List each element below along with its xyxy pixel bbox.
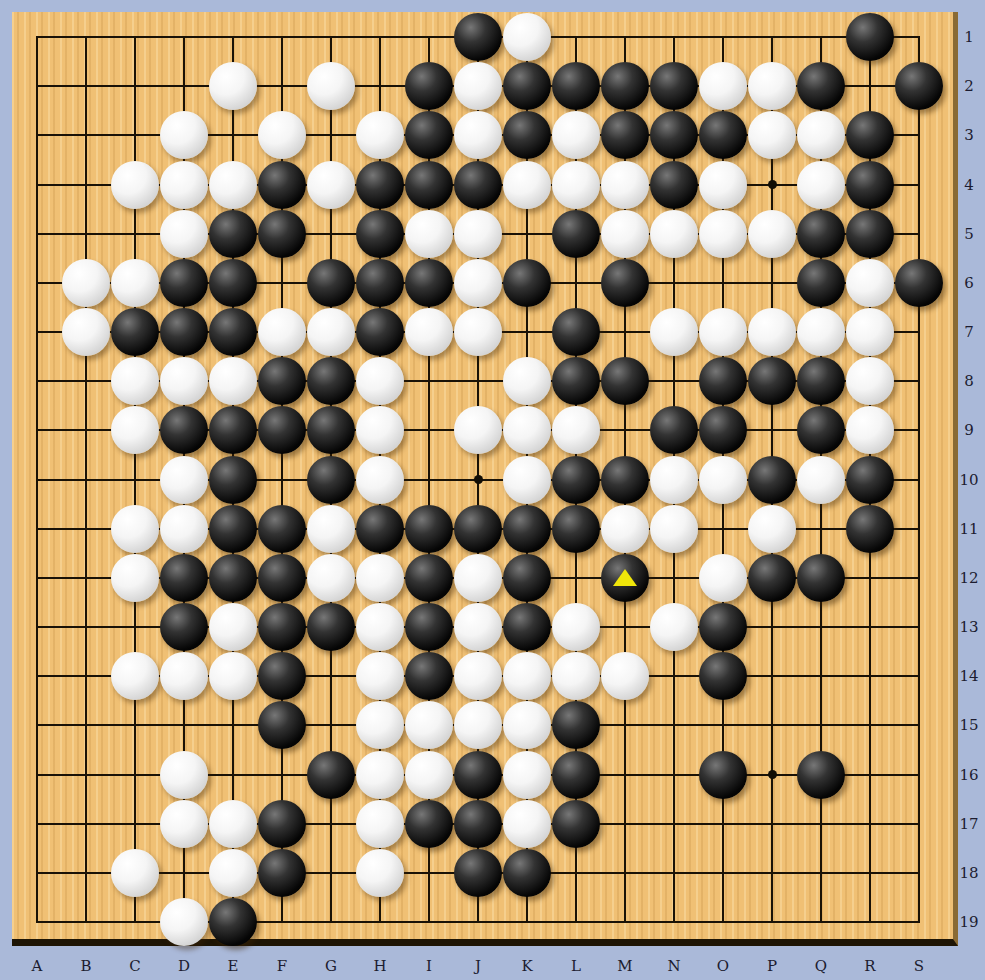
row-label: 7 xyxy=(956,324,982,340)
stone-black xyxy=(454,800,502,848)
stone-black xyxy=(209,308,257,356)
stone-black xyxy=(405,603,453,651)
row-label: 13 xyxy=(956,619,982,635)
stone-black xyxy=(503,111,551,159)
stone-black xyxy=(160,259,208,307)
stone-white xyxy=(209,62,257,110)
stone-black xyxy=(209,210,257,258)
stone-white xyxy=(601,652,649,700)
stone-black xyxy=(258,554,306,602)
stone-black xyxy=(258,652,306,700)
stone-black xyxy=(748,357,796,405)
stone-black xyxy=(405,505,453,553)
column-label: S xyxy=(909,958,929,974)
stone-black xyxy=(797,751,845,799)
star-point xyxy=(768,180,777,189)
stone-black xyxy=(209,456,257,504)
stone-white xyxy=(160,652,208,700)
stone-black xyxy=(258,800,306,848)
column-label: E xyxy=(223,958,243,974)
stone-black xyxy=(258,357,306,405)
stone-black xyxy=(356,161,404,209)
stone-white xyxy=(797,456,845,504)
column-label: F xyxy=(272,958,292,974)
stone-white xyxy=(209,652,257,700)
stone-black xyxy=(552,210,600,258)
stone-white xyxy=(160,456,208,504)
stone-black xyxy=(209,505,257,553)
row-label: 19 xyxy=(956,914,982,930)
stone-white xyxy=(503,456,551,504)
stone-black xyxy=(503,259,551,307)
stone-black xyxy=(258,849,306,897)
stone-white xyxy=(797,111,845,159)
stone-black xyxy=(699,357,747,405)
stone-white xyxy=(650,308,698,356)
stone-black xyxy=(209,554,257,602)
stone-black xyxy=(454,505,502,553)
row-label: 1 xyxy=(956,29,982,45)
stone-black xyxy=(797,357,845,405)
stone-black xyxy=(552,505,600,553)
stone-white xyxy=(356,456,404,504)
stone-white xyxy=(552,603,600,651)
stone-white xyxy=(601,210,649,258)
stone-white xyxy=(160,505,208,553)
stone-black xyxy=(699,603,747,651)
stone-black xyxy=(601,554,649,602)
stone-white xyxy=(748,210,796,258)
row-label: 9 xyxy=(956,422,982,438)
stone-black xyxy=(552,308,600,356)
stone-white xyxy=(748,111,796,159)
stone-black xyxy=(601,111,649,159)
row-label: 14 xyxy=(956,668,982,684)
stone-white xyxy=(650,456,698,504)
stone-white xyxy=(356,652,404,700)
last-move-triangle-marker xyxy=(613,569,637,586)
stone-black xyxy=(895,259,943,307)
stone-black xyxy=(846,210,894,258)
stone-white xyxy=(160,800,208,848)
stone-black xyxy=(160,308,208,356)
stone-black xyxy=(846,456,894,504)
stone-white xyxy=(601,161,649,209)
row-label: 5 xyxy=(956,226,982,242)
column-label: B xyxy=(76,958,96,974)
stone-white xyxy=(258,308,306,356)
column-label: P xyxy=(762,958,782,974)
stone-white xyxy=(307,161,355,209)
stone-black xyxy=(258,161,306,209)
stone-white xyxy=(356,751,404,799)
stone-black xyxy=(454,751,502,799)
column-label: R xyxy=(860,958,880,974)
stone-white xyxy=(209,161,257,209)
stone-white xyxy=(454,652,502,700)
stone-black xyxy=(160,554,208,602)
stone-white xyxy=(160,357,208,405)
stone-white xyxy=(111,554,159,602)
stone-black xyxy=(797,554,845,602)
stone-white xyxy=(503,13,551,61)
stone-white xyxy=(307,62,355,110)
stone-black xyxy=(307,456,355,504)
column-label: I xyxy=(419,958,439,974)
stone-white xyxy=(356,800,404,848)
stone-white xyxy=(650,505,698,553)
stone-black xyxy=(601,62,649,110)
stone-white xyxy=(111,849,159,897)
stone-white xyxy=(111,505,159,553)
column-label: N xyxy=(664,958,684,974)
stone-white xyxy=(846,357,894,405)
stone-white xyxy=(111,259,159,307)
row-label: 15 xyxy=(956,717,982,733)
stone-white xyxy=(797,161,845,209)
stone-black xyxy=(650,62,698,110)
stone-black xyxy=(601,456,649,504)
stone-black xyxy=(160,603,208,651)
stone-black xyxy=(503,62,551,110)
stone-white xyxy=(307,554,355,602)
go-diagram: ABCDEFGHIJKLMNOPQRS 12345678910111213141… xyxy=(0,0,985,980)
row-label: 18 xyxy=(956,865,982,881)
stone-black xyxy=(111,308,159,356)
stone-black xyxy=(405,800,453,848)
stone-black xyxy=(454,849,502,897)
stone-white xyxy=(356,357,404,405)
stone-black xyxy=(307,357,355,405)
stone-white xyxy=(748,308,796,356)
stone-black xyxy=(650,161,698,209)
stone-black xyxy=(503,554,551,602)
stone-black xyxy=(356,259,404,307)
stone-white xyxy=(405,751,453,799)
row-label: 16 xyxy=(956,767,982,783)
stone-white xyxy=(209,357,257,405)
stone-white xyxy=(699,62,747,110)
stone-white xyxy=(454,308,502,356)
stone-black xyxy=(454,13,502,61)
column-label: A xyxy=(27,958,47,974)
stone-black xyxy=(797,62,845,110)
stone-white xyxy=(601,505,649,553)
stone-black xyxy=(699,652,747,700)
row-label: 8 xyxy=(956,373,982,389)
stone-black xyxy=(552,62,600,110)
stone-black xyxy=(307,259,355,307)
stone-black xyxy=(356,308,404,356)
stone-white xyxy=(62,308,110,356)
stone-black xyxy=(356,505,404,553)
column-label: O xyxy=(713,958,733,974)
stone-black xyxy=(405,161,453,209)
column-label: K xyxy=(517,958,537,974)
stone-white xyxy=(160,898,208,946)
stone-white xyxy=(699,161,747,209)
stone-black xyxy=(699,751,747,799)
star-point xyxy=(474,475,483,484)
stone-white xyxy=(160,751,208,799)
stone-white xyxy=(552,111,600,159)
stone-black xyxy=(307,751,355,799)
stone-black xyxy=(307,603,355,651)
stone-white xyxy=(552,652,600,700)
stone-white xyxy=(454,554,502,602)
stone-white xyxy=(748,62,796,110)
stone-white xyxy=(209,603,257,651)
column-label: L xyxy=(566,958,586,974)
stone-black xyxy=(503,505,551,553)
stone-white xyxy=(503,357,551,405)
stone-black xyxy=(454,161,502,209)
row-label: 2 xyxy=(956,78,982,94)
stone-white xyxy=(356,603,404,651)
column-label: J xyxy=(468,958,488,974)
stone-white xyxy=(356,111,404,159)
stone-white xyxy=(797,308,845,356)
stone-black xyxy=(258,505,306,553)
stone-black xyxy=(405,652,453,700)
stone-white xyxy=(209,800,257,848)
stone-white xyxy=(62,259,110,307)
stone-black xyxy=(405,554,453,602)
stone-black xyxy=(895,62,943,110)
stone-white xyxy=(650,603,698,651)
stone-black xyxy=(552,751,600,799)
column-label: D xyxy=(174,958,194,974)
stone-white xyxy=(307,308,355,356)
row-label: 3 xyxy=(956,127,982,143)
stone-white xyxy=(454,62,502,110)
stone-white xyxy=(503,800,551,848)
column-label: G xyxy=(321,958,341,974)
stone-white xyxy=(160,111,208,159)
stone-black xyxy=(405,62,453,110)
stone-black xyxy=(797,210,845,258)
stone-white xyxy=(356,849,404,897)
column-label: M xyxy=(615,958,635,974)
stone-white xyxy=(699,554,747,602)
stone-black xyxy=(552,800,600,848)
row-label: 6 xyxy=(956,275,982,291)
column-label: Q xyxy=(811,958,831,974)
grid-line-vertical xyxy=(918,36,920,923)
stone-white xyxy=(552,161,600,209)
column-label: H xyxy=(370,958,390,974)
stone-black xyxy=(503,603,551,651)
stone-black xyxy=(405,111,453,159)
stone-black xyxy=(209,898,257,946)
stone-white xyxy=(699,456,747,504)
stone-white xyxy=(454,603,502,651)
stone-white xyxy=(111,652,159,700)
stone-black xyxy=(846,505,894,553)
stone-white xyxy=(209,849,257,897)
row-label: 11 xyxy=(956,521,982,537)
stone-black xyxy=(650,111,698,159)
stone-black xyxy=(846,13,894,61)
stone-white xyxy=(503,161,551,209)
stone-white xyxy=(503,751,551,799)
star-point xyxy=(768,770,777,779)
stone-white xyxy=(307,505,355,553)
stone-white xyxy=(454,111,502,159)
stone-white xyxy=(111,357,159,405)
stone-white xyxy=(454,210,502,258)
stone-white xyxy=(454,259,502,307)
stone-black xyxy=(748,456,796,504)
stone-white xyxy=(405,210,453,258)
stone-black xyxy=(699,111,747,159)
stone-white xyxy=(160,161,208,209)
stone-black xyxy=(601,259,649,307)
row-label: 12 xyxy=(956,570,982,586)
stone-black xyxy=(503,849,551,897)
stone-black xyxy=(356,210,404,258)
stone-black xyxy=(797,259,845,307)
stone-black xyxy=(552,456,600,504)
stone-black xyxy=(258,210,306,258)
stone-black xyxy=(748,554,796,602)
stone-white xyxy=(748,505,796,553)
stone-black xyxy=(209,259,257,307)
stone-black xyxy=(258,603,306,651)
stone-white xyxy=(699,210,747,258)
row-label: 17 xyxy=(956,816,982,832)
stone-black xyxy=(601,357,649,405)
stone-white xyxy=(160,210,208,258)
stone-black xyxy=(846,161,894,209)
stone-black xyxy=(846,111,894,159)
column-label: C xyxy=(125,958,145,974)
row-label: 10 xyxy=(956,472,982,488)
stone-white xyxy=(356,554,404,602)
stone-white xyxy=(503,652,551,700)
stone-white xyxy=(650,210,698,258)
row-label: 4 xyxy=(956,177,982,193)
stone-white xyxy=(699,308,747,356)
stone-white xyxy=(405,308,453,356)
stone-black xyxy=(552,357,600,405)
stone-white xyxy=(846,308,894,356)
stone-white xyxy=(258,111,306,159)
stone-white xyxy=(846,259,894,307)
stone-black xyxy=(405,259,453,307)
stone-white xyxy=(111,161,159,209)
